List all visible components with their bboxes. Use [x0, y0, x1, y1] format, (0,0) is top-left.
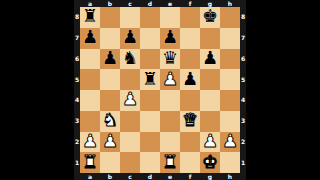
- white-pawn: ♟: [82, 132, 98, 151]
- square-h5[interactable]: [220, 69, 240, 90]
- square-c3[interactable]: [120, 111, 140, 132]
- rank-label-2: 2: [240, 132, 246, 153]
- square-f5[interactable]: ♟: [180, 69, 200, 90]
- rank-label-1: 1: [240, 152, 246, 173]
- file-label-d: d: [140, 0, 160, 7]
- square-a3[interactable]: [80, 111, 100, 132]
- square-f8[interactable]: [180, 7, 200, 28]
- square-g4[interactable]: [200, 90, 220, 111]
- square-d1[interactable]: [140, 152, 160, 173]
- black-queen: ♛: [162, 49, 178, 68]
- file-label-c: c: [120, 173, 140, 180]
- square-g2[interactable]: ♟: [200, 132, 220, 153]
- square-c6[interactable]: ♞: [120, 49, 140, 70]
- square-f7[interactable]: [180, 28, 200, 49]
- file-label-h: h: [220, 173, 240, 180]
- black-king: ♚: [202, 7, 218, 26]
- square-e2[interactable]: [160, 132, 180, 153]
- rank-label-8: 8: [240, 7, 246, 28]
- square-d7[interactable]: [140, 28, 160, 49]
- square-g5[interactable]: [200, 69, 220, 90]
- square-c1[interactable]: [120, 152, 140, 173]
- file-label-a: a: [80, 173, 100, 180]
- black-rook: ♜: [142, 69, 158, 88]
- square-h4[interactable]: [220, 90, 240, 111]
- square-c8[interactable]: [120, 7, 140, 28]
- file-label-e: e: [160, 173, 180, 180]
- square-d3[interactable]: [140, 111, 160, 132]
- square-e5[interactable]: ♟: [160, 69, 180, 90]
- square-h8[interactable]: [220, 7, 240, 28]
- black-pawn: ♟: [162, 28, 178, 47]
- square-d6[interactable]: [140, 49, 160, 70]
- black-pawn: ♟: [122, 28, 138, 47]
- square-d4[interactable]: [140, 90, 160, 111]
- white-rook: ♜: [82, 152, 98, 171]
- file-label-b: b: [100, 0, 120, 7]
- square-d2[interactable]: [140, 132, 160, 153]
- square-h3[interactable]: [220, 111, 240, 132]
- square-f3[interactable]: ♛: [180, 111, 200, 132]
- rank-label-7: 7: [240, 28, 246, 49]
- white-king: ♚: [202, 152, 218, 171]
- square-b4[interactable]: [100, 90, 120, 111]
- white-knight: ♞: [102, 111, 118, 130]
- file-label-h: h: [220, 0, 240, 7]
- square-c5[interactable]: [120, 69, 140, 90]
- square-f6[interactable]: [180, 49, 200, 70]
- square-a1[interactable]: ♜: [80, 152, 100, 173]
- square-b5[interactable]: [100, 69, 120, 90]
- file-label-f: f: [180, 0, 200, 7]
- rank-label-3: 3: [240, 111, 246, 132]
- square-a4[interactable]: [80, 90, 100, 111]
- square-g6[interactable]: ♟: [200, 49, 220, 70]
- file-label-g: g: [200, 0, 220, 7]
- file-label-c: c: [120, 0, 140, 7]
- file-label-f: f: [180, 173, 200, 180]
- square-a6[interactable]: [80, 49, 100, 70]
- square-b2[interactable]: ♟: [100, 132, 120, 153]
- black-pawn: ♟: [82, 28, 98, 47]
- square-b7[interactable]: [100, 28, 120, 49]
- square-b6[interactable]: ♟: [100, 49, 120, 70]
- square-e6[interactable]: ♛: [160, 49, 180, 70]
- board-frame-corner: [240, 173, 246, 180]
- rank-label-4: 4: [240, 90, 246, 111]
- square-g7[interactable]: [200, 28, 220, 49]
- square-f1[interactable]: [180, 152, 200, 173]
- square-a8[interactable]: ♜: [80, 7, 100, 28]
- square-d8[interactable]: [140, 7, 160, 28]
- square-c4[interactable]: ♟: [120, 90, 140, 111]
- square-h7[interactable]: [220, 28, 240, 49]
- square-b1[interactable]: [100, 152, 120, 173]
- white-rook: ♜: [162, 152, 178, 171]
- square-e7[interactable]: ♟: [160, 28, 180, 49]
- square-e4[interactable]: [160, 90, 180, 111]
- black-pawn: ♟: [182, 69, 198, 88]
- file-label-e: e: [160, 0, 180, 7]
- square-g1[interactable]: ♚: [200, 152, 220, 173]
- white-pawn: ♟: [102, 132, 118, 151]
- black-pawn: ♟: [202, 49, 218, 68]
- square-c2[interactable]: [120, 132, 140, 153]
- square-a2[interactable]: ♟: [80, 132, 100, 153]
- white-pawn: ♟: [122, 90, 138, 109]
- square-h2[interactable]: ♟: [220, 132, 240, 153]
- square-b8[interactable]: [100, 7, 120, 28]
- square-d5[interactable]: ♜: [140, 69, 160, 90]
- file-label-d: d: [140, 173, 160, 180]
- black-pawn: ♟: [102, 49, 118, 68]
- square-f4[interactable]: [180, 90, 200, 111]
- chess-board: abcdefgh8♜♚87♟♟♟76♟♞♛♟65♜♟♟54♟43♞♛32♟♟♟♟…: [74, 0, 246, 180]
- square-e1[interactable]: ♜: [160, 152, 180, 173]
- square-g8[interactable]: ♚: [200, 7, 220, 28]
- square-b3[interactable]: ♞: [100, 111, 120, 132]
- square-e3[interactable]: [160, 111, 180, 132]
- white-pawn: ♟: [222, 132, 238, 151]
- square-a5[interactable]: [80, 69, 100, 90]
- file-label-a: a: [80, 0, 100, 7]
- file-label-g: g: [200, 173, 220, 180]
- square-h1[interactable]: [220, 152, 240, 173]
- black-rook: ♜: [82, 7, 98, 26]
- square-a7[interactable]: ♟: [80, 28, 100, 49]
- white-pawn: ♟: [162, 69, 178, 88]
- white-pawn: ♟: [202, 132, 218, 151]
- square-c7[interactable]: ♟: [120, 28, 140, 49]
- square-g3[interactable]: [200, 111, 220, 132]
- board-frame-corner: [240, 0, 246, 7]
- white-queen: ♛: [182, 111, 198, 130]
- square-h6[interactable]: [220, 49, 240, 70]
- rank-label-6: 6: [240, 49, 246, 70]
- file-label-b: b: [100, 173, 120, 180]
- rank-label-5: 5: [240, 69, 246, 90]
- square-e8[interactable]: [160, 7, 180, 28]
- black-knight: ♞: [122, 49, 138, 68]
- square-f2[interactable]: [180, 132, 200, 153]
